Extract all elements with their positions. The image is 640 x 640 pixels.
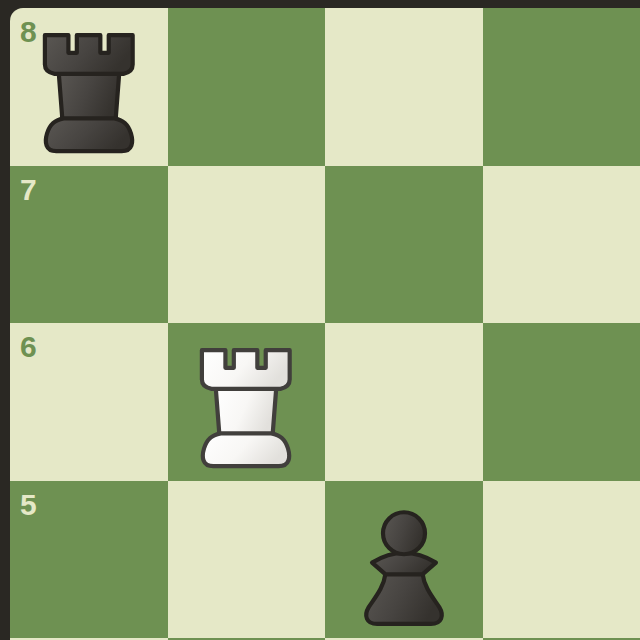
square-d7[interactable]: [483, 166, 640, 324]
square-d8[interactable]: [483, 8, 640, 166]
rank-label-6: 6: [20, 332, 37, 362]
rank-label-7: 7: [20, 175, 37, 205]
square-b7[interactable]: [168, 166, 326, 324]
page-background: 8765: [0, 0, 640, 640]
rank-label-5: 5: [20, 490, 37, 520]
chess-board: 8765: [10, 8, 640, 640]
black-rook-icon[interactable]: [38, 31, 139, 157]
square-c8[interactable]: [325, 8, 483, 166]
square-c6[interactable]: [325, 323, 483, 481]
square-b8[interactable]: [168, 8, 326, 166]
square-a7[interactable]: 7: [10, 166, 168, 324]
square-b6[interactable]: [168, 323, 326, 481]
square-a5[interactable]: 5: [10, 481, 168, 639]
square-a8[interactable]: 8: [10, 8, 168, 166]
square-a6[interactable]: 6: [10, 323, 168, 481]
rank-label-8: 8: [20, 17, 37, 47]
black-pawn-icon[interactable]: [353, 503, 454, 629]
square-d6[interactable]: [483, 323, 640, 481]
white-rook-icon[interactable]: [196, 346, 297, 472]
square-c5[interactable]: [325, 481, 483, 639]
square-b5[interactable]: [168, 481, 326, 639]
square-c7[interactable]: [325, 166, 483, 324]
square-d5[interactable]: [483, 481, 640, 639]
